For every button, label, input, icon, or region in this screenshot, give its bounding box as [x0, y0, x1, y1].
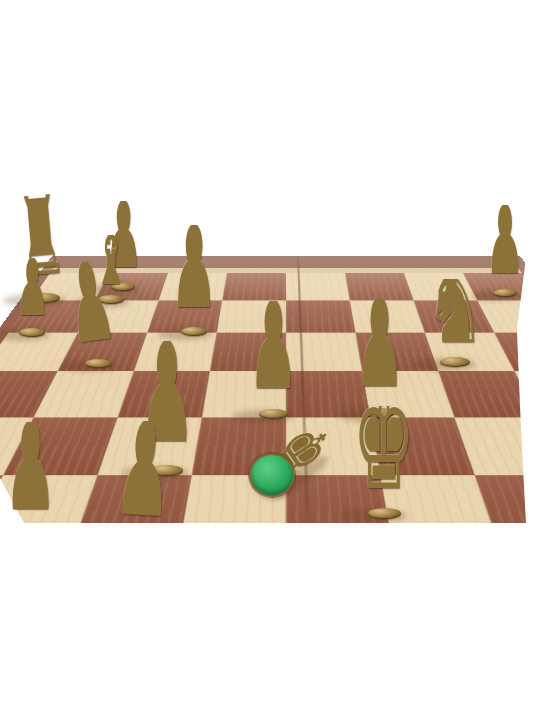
king-figure: ♚	[349, 406, 419, 510]
product-photo: 5432 ♟♟♜♝♟♟♞♟♟♟♚♟♚♟♟	[0, 0, 540, 523]
pieces-layer: ♟♟♜♝♟♟♞♟♟♟♚♟♚♟♟	[0, 0, 540, 523]
pawn-figure: ♟	[108, 419, 178, 523]
pawn-figure: ♟	[483, 205, 527, 291]
green-felt-base	[249, 453, 295, 497]
pawn-figure: ♟	[245, 301, 302, 411]
board-scene: 5432 ♟♟♜♝♟♟♞♟♟♟♚♟♚♟♟	[0, 0, 540, 523]
knight-figure: ♞	[422, 279, 489, 359]
pawn-figure: ♟	[167, 225, 220, 329]
pawn-figure: ♟	[0, 422, 60, 523]
pawn-figure: ♟	[13, 258, 52, 330]
pawn-figure: ♟	[350, 298, 407, 410]
